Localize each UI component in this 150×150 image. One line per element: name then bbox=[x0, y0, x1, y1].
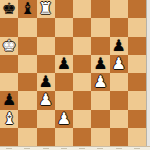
square-g4[interactable] bbox=[110, 73, 128, 91]
tick-mark bbox=[97, 148, 103, 149]
square-c1[interactable] bbox=[37, 128, 55, 146]
piece-black-pawn-c4[interactable]: ♟ bbox=[38, 73, 52, 91]
piece-white-pawn-g5[interactable]: ♟ bbox=[111, 55, 125, 73]
piece-black-bishop-b8[interactable]: ♝ bbox=[20, 0, 34, 18]
square-f6[interactable] bbox=[91, 37, 109, 55]
square-g7[interactable] bbox=[110, 18, 128, 36]
piece-white-bishop-a2[interactable]: ♝ bbox=[2, 110, 16, 128]
square-a2[interactable]: ♝ bbox=[0, 110, 18, 128]
piece-black-king-a8[interactable]: ♚ bbox=[2, 0, 16, 18]
square-g3[interactable] bbox=[110, 91, 128, 109]
square-b7[interactable] bbox=[18, 18, 36, 36]
square-c2[interactable] bbox=[37, 110, 55, 128]
square-c6[interactable] bbox=[37, 37, 55, 55]
square-h4[interactable] bbox=[128, 73, 146, 91]
square-d3[interactable] bbox=[55, 91, 73, 109]
square-e2[interactable] bbox=[73, 110, 91, 128]
tick-mark bbox=[6, 148, 12, 149]
square-b4[interactable] bbox=[18, 73, 36, 91]
square-a7[interactable] bbox=[0, 18, 18, 36]
square-h2[interactable] bbox=[128, 110, 146, 128]
piece-black-pawn-g6[interactable]: ♟ bbox=[111, 37, 125, 55]
square-f1[interactable] bbox=[91, 128, 109, 146]
square-d7[interactable] bbox=[55, 18, 73, 36]
square-b3[interactable] bbox=[18, 91, 36, 109]
square-g5[interactable]: ♟ bbox=[110, 55, 128, 73]
square-e1[interactable] bbox=[73, 128, 91, 146]
square-a6[interactable]: ♚ bbox=[0, 37, 18, 55]
square-g6[interactable]: ♟ bbox=[110, 37, 128, 55]
square-g1[interactable] bbox=[110, 128, 128, 146]
square-c8[interactable]: ♜ bbox=[37, 0, 55, 18]
piece-white-pawn-d2[interactable]: ♟ bbox=[57, 110, 71, 128]
board-bottom-margin bbox=[0, 146, 150, 150]
square-a5[interactable] bbox=[0, 55, 18, 73]
square-e7[interactable] bbox=[73, 18, 91, 36]
square-f7[interactable] bbox=[91, 18, 109, 36]
square-d2[interactable]: ♟ bbox=[55, 110, 73, 128]
square-a4[interactable] bbox=[0, 73, 18, 91]
square-f3[interactable] bbox=[91, 91, 109, 109]
square-f2[interactable] bbox=[91, 110, 109, 128]
square-a3[interactable]: ♟ bbox=[0, 91, 18, 109]
tick-mark bbox=[116, 148, 122, 149]
piece-white-pawn-c3[interactable]: ♟ bbox=[38, 91, 52, 109]
square-d5[interactable]: ♟ bbox=[55, 55, 73, 73]
square-c5[interactable] bbox=[37, 55, 55, 73]
chess-board: ♚♝♜♚♟♟♟♟♟♟♟♟♝♟ bbox=[0, 0, 146, 146]
tick-mark bbox=[61, 148, 67, 149]
square-a1[interactable] bbox=[0, 128, 18, 146]
tick-mark bbox=[24, 148, 30, 149]
square-c3[interactable]: ♟ bbox=[37, 91, 55, 109]
square-d1[interactable] bbox=[55, 128, 73, 146]
square-d4[interactable] bbox=[55, 73, 73, 91]
piece-white-rook-c8[interactable]: ♜ bbox=[38, 0, 52, 18]
square-a8[interactable]: ♚ bbox=[0, 0, 18, 18]
square-b1[interactable] bbox=[18, 128, 36, 146]
square-h1[interactable] bbox=[128, 128, 146, 146]
square-g8[interactable] bbox=[110, 0, 128, 18]
square-c4[interactable]: ♟ bbox=[37, 73, 55, 91]
square-e6[interactable] bbox=[73, 37, 91, 55]
square-d8[interactable] bbox=[55, 0, 73, 18]
square-f5[interactable]: ♟ bbox=[91, 55, 109, 73]
square-h3[interactable] bbox=[128, 91, 146, 109]
square-b2[interactable] bbox=[18, 110, 36, 128]
square-h5[interactable] bbox=[128, 55, 146, 73]
square-e5[interactable] bbox=[73, 55, 91, 73]
square-e8[interactable] bbox=[73, 0, 91, 18]
square-c7[interactable] bbox=[37, 18, 55, 36]
piece-black-pawn-a3[interactable]: ♟ bbox=[2, 91, 16, 109]
square-f8[interactable] bbox=[91, 0, 109, 18]
tick-mark bbox=[79, 148, 85, 149]
square-g2[interactable] bbox=[110, 110, 128, 128]
board-right-margin bbox=[146, 0, 150, 146]
square-e3[interactable] bbox=[73, 91, 91, 109]
tick-mark bbox=[134, 148, 140, 149]
square-d6[interactable] bbox=[55, 37, 73, 55]
square-f4[interactable]: ♟ bbox=[91, 73, 109, 91]
square-b8[interactable]: ♝ bbox=[18, 0, 36, 18]
piece-black-pawn-f5[interactable]: ♟ bbox=[93, 55, 107, 73]
page: ♚♝♜♚♟♟♟♟♟♟♟♟♝♟ bbox=[0, 0, 150, 150]
square-h7[interactable] bbox=[128, 18, 146, 36]
piece-white-king-a6[interactable]: ♚ bbox=[2, 37, 16, 55]
square-h8[interactable] bbox=[128, 0, 146, 18]
piece-white-pawn-f4[interactable]: ♟ bbox=[93, 73, 107, 91]
tick-mark bbox=[43, 148, 49, 149]
square-b5[interactable] bbox=[18, 55, 36, 73]
square-e4[interactable] bbox=[73, 73, 91, 91]
square-h6[interactable] bbox=[128, 37, 146, 55]
square-b6[interactable] bbox=[18, 37, 36, 55]
piece-black-pawn-d5[interactable]: ♟ bbox=[57, 55, 71, 73]
